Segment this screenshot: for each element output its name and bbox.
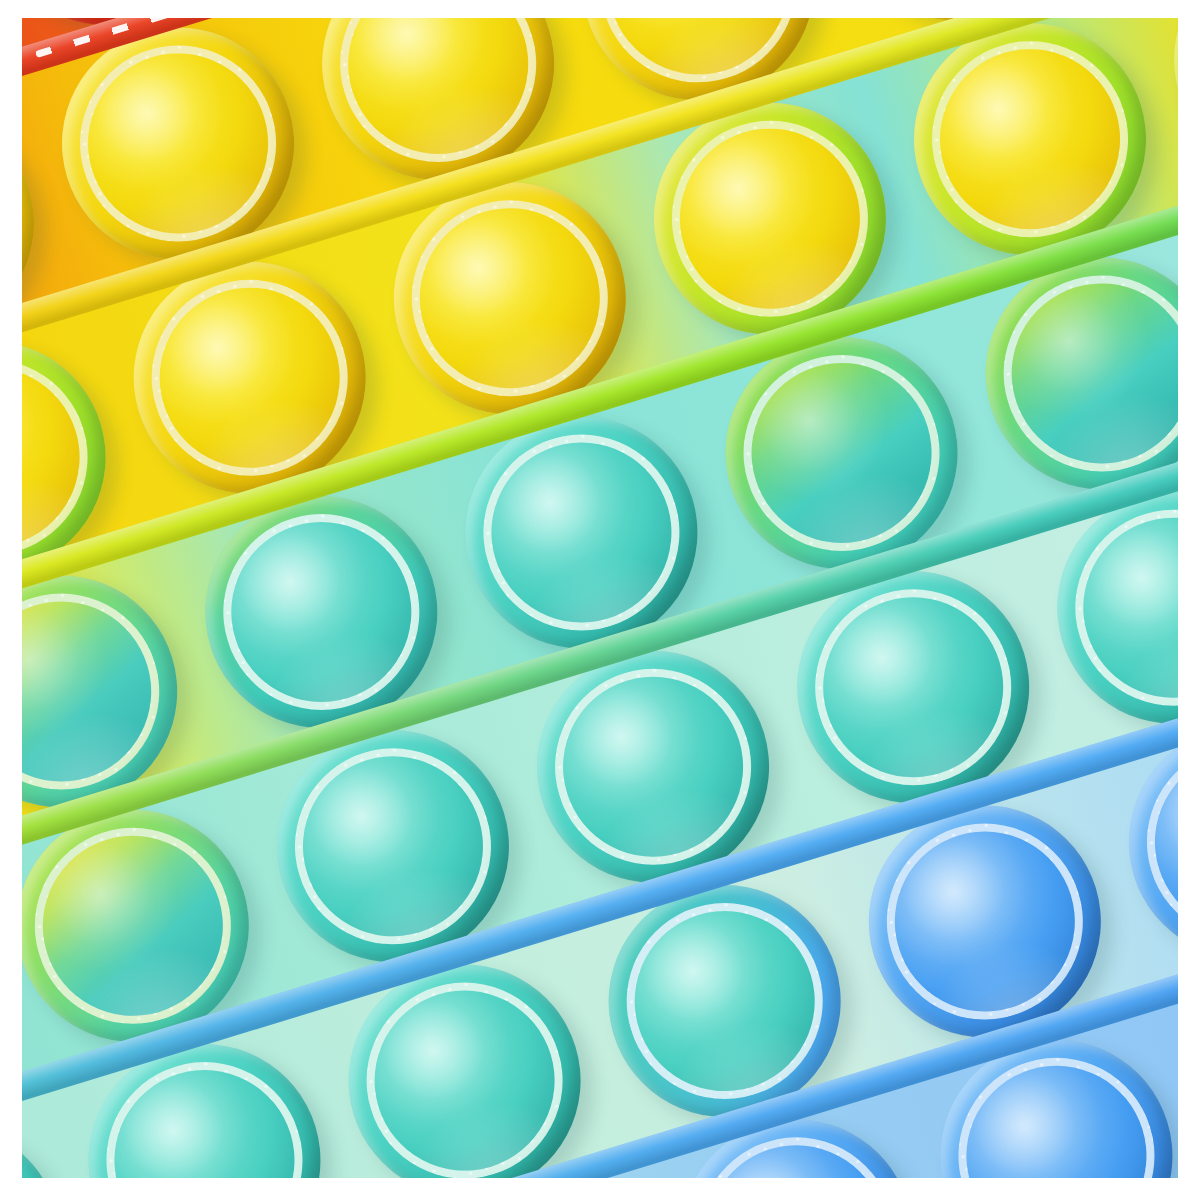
bubble-rim-valley [22,1117,67,1178]
bubble-dome [612,888,837,1113]
popit-bubble-teal-bubble[interactable] [22,1094,89,1178]
bubble-dome [541,654,766,879]
dome-gloss-highlight [541,654,766,879]
popit-board [22,18,1178,1178]
bubble-dome [22,344,102,569]
dome-gloss-highlight [22,1127,57,1178]
dome-gloss-highlight [801,574,1026,799]
bubble-dome [1061,495,1178,720]
dome-gloss-highlight [22,344,102,569]
dome-gloss-highlight [918,26,1143,251]
dome-gloss-highlight [657,106,882,331]
bubble-dome [280,733,505,958]
bubble-dome [397,185,622,410]
bubble-rim-valley [1168,18,1178,181]
bubble-dome [137,265,362,490]
bubble-dome [657,106,882,331]
popit-photo [22,18,1178,1178]
dome-gloss-highlight [137,265,362,490]
bubble-dome [22,1127,57,1178]
dome-gloss-highlight [22,579,173,804]
dome-gloss-highlight [729,340,954,565]
dome-gloss-highlight [66,31,291,256]
dome-gloss-highlight [1132,729,1178,954]
bubble-rows [22,18,1178,1178]
dome-gloss-highlight [397,185,622,410]
dome-gloss-highlight [280,733,505,958]
dome-gloss-highlight [352,968,577,1178]
popit-bubble-yellow-bubble-with-green-ring[interactable] [1145,18,1178,204]
dome-gloss-highlight [22,813,245,1038]
bubble-dome [918,26,1143,251]
bubble-dome [22,813,245,1038]
bubble-dome [989,261,1178,486]
bubble-dome [66,31,291,256]
ring-shading [1145,18,1178,204]
ring-shading [22,1094,89,1178]
dome-gloss-highlight [612,888,837,1113]
dome-gloss-highlight [872,809,1097,1034]
dome-gloss-highlight [209,499,434,724]
bubble-dome [872,809,1097,1034]
bubble-dome [469,420,694,645]
page-background [0,0,1200,1200]
dome-gloss-highlight [1061,495,1178,720]
bubble-dome [729,340,954,565]
bubble-dome [352,968,577,1178]
bubble-dome [22,579,173,804]
bubble-dome [801,574,1026,799]
bubble-rim-valley [979,251,1178,496]
dome-gloss-highlight [469,420,694,645]
dome-gloss-highlight [989,261,1178,486]
bubble-dome [209,499,434,724]
bubble-dome [1132,729,1178,954]
